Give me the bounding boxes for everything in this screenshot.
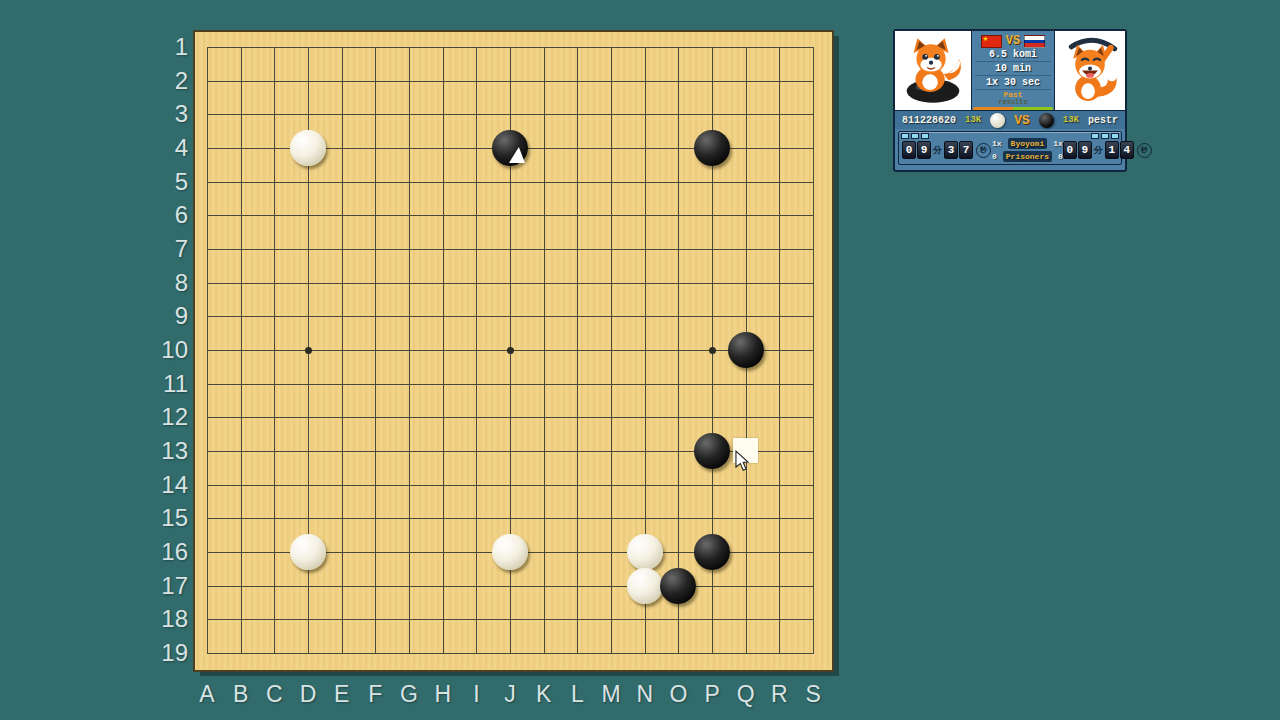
board-cell[interactable] xyxy=(358,30,392,64)
board-cell[interactable] xyxy=(291,198,325,232)
board-cell[interactable] xyxy=(594,98,628,132)
board-cell[interactable] xyxy=(258,98,292,132)
board-cell[interactable] xyxy=(392,535,426,569)
board-cell[interactable] xyxy=(796,535,830,569)
board-cell[interactable] xyxy=(426,232,460,266)
board-cell[interactable] xyxy=(224,98,258,132)
board-cell[interactable] xyxy=(560,232,594,266)
board-cell[interactable] xyxy=(291,98,325,132)
board-cell[interactable] xyxy=(729,400,763,434)
board-cell[interactable] xyxy=(392,98,426,132)
board-cell[interactable] xyxy=(729,198,763,232)
board-cell[interactable] xyxy=(190,64,224,98)
board-cell[interactable] xyxy=(729,636,763,670)
board-cell[interactable] xyxy=(358,232,392,266)
board-cell[interactable] xyxy=(594,434,628,468)
board-cell[interactable] xyxy=(729,266,763,300)
board-cell[interactable] xyxy=(796,636,830,670)
board-cell[interactable] xyxy=(628,434,662,468)
board-cell[interactable] xyxy=(661,569,695,603)
board-cell[interactable] xyxy=(459,266,493,300)
board-cell[interactable] xyxy=(527,64,561,98)
board-cell[interactable] xyxy=(224,569,258,603)
board-cell[interactable] xyxy=(661,501,695,535)
board-cell[interactable] xyxy=(628,602,662,636)
board-cell[interactable] xyxy=(426,434,460,468)
board-cell[interactable] xyxy=(695,232,729,266)
board-cell[interactable] xyxy=(224,636,258,670)
board-cell[interactable] xyxy=(190,636,224,670)
board-cell[interactable] xyxy=(527,299,561,333)
board-cell[interactable] xyxy=(224,64,258,98)
board-cell[interactable] xyxy=(729,299,763,333)
board-cell[interactable] xyxy=(459,333,493,367)
board-cell[interactable] xyxy=(594,333,628,367)
board-cell[interactable] xyxy=(426,131,460,165)
board-cell[interactable] xyxy=(291,333,325,367)
board-cell[interactable] xyxy=(325,535,359,569)
board-cell[interactable] xyxy=(325,333,359,367)
board-cell[interactable] xyxy=(560,198,594,232)
board-cell[interactable] xyxy=(762,131,796,165)
board-cell[interactable] xyxy=(358,64,392,98)
board-cell[interactable] xyxy=(358,131,392,165)
board-cell[interactable] xyxy=(493,602,527,636)
board-cell[interactable] xyxy=(190,434,224,468)
board-cell[interactable] xyxy=(796,333,830,367)
board-cell[interactable] xyxy=(426,569,460,603)
board-cell[interactable] xyxy=(291,131,325,165)
board-cell[interactable] xyxy=(729,569,763,603)
board-cell[interactable] xyxy=(796,569,830,603)
board-cell[interactable] xyxy=(695,98,729,132)
board-cell[interactable] xyxy=(325,232,359,266)
board-cell[interactable] xyxy=(291,569,325,603)
board-cell[interactable] xyxy=(258,602,292,636)
board-cell[interactable] xyxy=(190,198,224,232)
board-cell[interactable] xyxy=(459,367,493,401)
board-cell[interactable] xyxy=(661,535,695,569)
board-cell[interactable] xyxy=(661,333,695,367)
board-cell[interactable] xyxy=(695,367,729,401)
board-cell[interactable] xyxy=(527,131,561,165)
board-cell[interactable] xyxy=(358,333,392,367)
board-cell[interactable] xyxy=(527,434,561,468)
board-cell[interactable] xyxy=(493,636,527,670)
board-cell[interactable] xyxy=(560,333,594,367)
board-cell[interactable] xyxy=(392,569,426,603)
board-cell[interactable] xyxy=(493,131,527,165)
board-cell[interactable] xyxy=(661,468,695,502)
board-cell[interactable] xyxy=(661,400,695,434)
board-cell[interactable] xyxy=(459,299,493,333)
board-cell[interactable] xyxy=(796,98,830,132)
board-cell[interactable] xyxy=(560,569,594,603)
board-cell[interactable] xyxy=(493,367,527,401)
board-cell[interactable] xyxy=(190,569,224,603)
board-cell[interactable] xyxy=(258,232,292,266)
board-cell[interactable] xyxy=(392,468,426,502)
board-cell[interactable] xyxy=(493,535,527,569)
board-cell[interactable] xyxy=(493,98,527,132)
board-cell[interactable] xyxy=(729,535,763,569)
board-cell[interactable] xyxy=(325,501,359,535)
board-cell[interactable] xyxy=(661,232,695,266)
board-cell[interactable] xyxy=(358,165,392,199)
board-cell[interactable] xyxy=(661,64,695,98)
board-cell[interactable] xyxy=(258,434,292,468)
board-cell[interactable] xyxy=(695,569,729,603)
board-cell[interactable] xyxy=(392,165,426,199)
board-cell[interactable] xyxy=(224,198,258,232)
board-cell[interactable] xyxy=(560,535,594,569)
board-cell[interactable] xyxy=(358,198,392,232)
board-cell[interactable] xyxy=(796,434,830,468)
board-cell[interactable] xyxy=(527,400,561,434)
board-cell[interactable] xyxy=(493,266,527,300)
board-cell[interactable] xyxy=(325,569,359,603)
board-cell[interactable] xyxy=(527,198,561,232)
board-cell[interactable] xyxy=(594,131,628,165)
board-cell[interactable] xyxy=(459,30,493,64)
board-cell[interactable] xyxy=(594,367,628,401)
board-cell[interactable] xyxy=(459,468,493,502)
board-cell[interactable] xyxy=(527,535,561,569)
board-cell[interactable] xyxy=(325,131,359,165)
board-cell[interactable] xyxy=(190,98,224,132)
board-cell[interactable] xyxy=(358,468,392,502)
board-cell[interactable] xyxy=(190,165,224,199)
board-cell[interactable] xyxy=(762,266,796,300)
board-cell[interactable] xyxy=(459,400,493,434)
board-cell[interactable] xyxy=(594,198,628,232)
board-cell[interactable] xyxy=(762,198,796,232)
board-cell[interactable] xyxy=(258,198,292,232)
board-cell[interactable] xyxy=(325,400,359,434)
board-cell[interactable] xyxy=(560,367,594,401)
board-cell[interactable] xyxy=(762,30,796,64)
board-cell[interactable] xyxy=(358,535,392,569)
board-cell[interactable] xyxy=(190,131,224,165)
board-cell[interactable] xyxy=(493,400,527,434)
board-cell[interactable] xyxy=(358,501,392,535)
board-cell[interactable] xyxy=(325,64,359,98)
board-cell[interactable] xyxy=(358,636,392,670)
board-cell[interactable] xyxy=(325,98,359,132)
board-cell[interactable] xyxy=(527,501,561,535)
board-cell[interactable] xyxy=(594,468,628,502)
board-cell[interactable] xyxy=(493,165,527,199)
board-cell[interactable] xyxy=(258,299,292,333)
board-cell[interactable] xyxy=(224,299,258,333)
board-cell[interactable] xyxy=(258,636,292,670)
board-cell[interactable] xyxy=(628,131,662,165)
board-cell[interactable] xyxy=(695,64,729,98)
board-cell[interactable] xyxy=(796,165,830,199)
board-cell[interactable] xyxy=(392,198,426,232)
board-cell[interactable] xyxy=(796,501,830,535)
board-cell[interactable] xyxy=(762,501,796,535)
board-cell[interactable] xyxy=(190,501,224,535)
board-cell[interactable] xyxy=(695,30,729,64)
board-cell[interactable] xyxy=(392,131,426,165)
board-cell[interactable] xyxy=(661,299,695,333)
board-cell[interactable] xyxy=(392,434,426,468)
board-cell[interactable] xyxy=(729,131,763,165)
board-cell[interactable] xyxy=(190,333,224,367)
board-cell[interactable] xyxy=(661,165,695,199)
board-cell[interactable] xyxy=(358,299,392,333)
board-cell[interactable] xyxy=(527,333,561,367)
board-cell[interactable] xyxy=(224,131,258,165)
board-cell[interactable] xyxy=(729,165,763,199)
board-cell[interactable] xyxy=(762,165,796,199)
board-cell[interactable] xyxy=(729,98,763,132)
board-cell[interactable] xyxy=(493,501,527,535)
board-cell[interactable] xyxy=(796,299,830,333)
board-cell[interactable] xyxy=(594,636,628,670)
board-cell[interactable] xyxy=(527,367,561,401)
board-cell[interactable] xyxy=(459,535,493,569)
board-cell[interactable] xyxy=(358,266,392,300)
board-cell[interactable] xyxy=(729,333,763,367)
board-cell[interactable] xyxy=(459,501,493,535)
board-cell[interactable] xyxy=(560,299,594,333)
board-cell[interactable] xyxy=(729,232,763,266)
board-cell[interactable] xyxy=(291,64,325,98)
board-cell[interactable] xyxy=(426,30,460,64)
board-cell[interactable] xyxy=(762,299,796,333)
board-cell[interactable] xyxy=(661,434,695,468)
board-cell[interactable] xyxy=(527,232,561,266)
board-cell[interactable] xyxy=(628,198,662,232)
board-cell[interactable] xyxy=(392,501,426,535)
board-cell[interactable] xyxy=(258,333,292,367)
board-cell[interactable] xyxy=(325,30,359,64)
board-cell[interactable] xyxy=(560,501,594,535)
board-cell[interactable] xyxy=(224,434,258,468)
board-cell[interactable] xyxy=(527,636,561,670)
board-cell[interactable] xyxy=(796,266,830,300)
board-cell[interactable] xyxy=(358,400,392,434)
board-cell[interactable] xyxy=(325,266,359,300)
board-cell[interactable] xyxy=(459,569,493,603)
board-cell[interactable] xyxy=(426,198,460,232)
board-cell[interactable] xyxy=(392,232,426,266)
board-cell[interactable] xyxy=(661,367,695,401)
board-cell[interactable] xyxy=(291,636,325,670)
board-cell[interactable] xyxy=(291,30,325,64)
board-cell[interactable] xyxy=(729,501,763,535)
board-cell[interactable] xyxy=(729,367,763,401)
board-cell[interactable] xyxy=(560,30,594,64)
board-cell[interactable] xyxy=(796,30,830,64)
board-cell[interactable] xyxy=(358,569,392,603)
board-cell[interactable] xyxy=(224,400,258,434)
board-cell[interactable] xyxy=(426,299,460,333)
board-cell[interactable] xyxy=(628,569,662,603)
board-cell[interactable] xyxy=(325,636,359,670)
board-cell[interactable] xyxy=(661,198,695,232)
board-cell[interactable] xyxy=(695,535,729,569)
board-cell[interactable] xyxy=(224,266,258,300)
board-cell[interactable] xyxy=(224,165,258,199)
board-cell[interactable] xyxy=(628,232,662,266)
board-cell[interactable] xyxy=(291,266,325,300)
board-cell[interactable] xyxy=(661,98,695,132)
board-cell[interactable] xyxy=(493,468,527,502)
board-cell[interactable] xyxy=(190,400,224,434)
board-cell[interactable] xyxy=(628,266,662,300)
board-cell[interactable] xyxy=(291,367,325,401)
board-cell[interactable] xyxy=(661,636,695,670)
board-cell[interactable] xyxy=(560,400,594,434)
board-cell[interactable] xyxy=(695,299,729,333)
board-cell[interactable] xyxy=(594,535,628,569)
board-cell[interactable] xyxy=(459,64,493,98)
board-cell[interactable] xyxy=(628,468,662,502)
board-cell[interactable] xyxy=(190,232,224,266)
board-cell[interactable] xyxy=(695,636,729,670)
board-cell[interactable] xyxy=(493,30,527,64)
board-cell[interactable] xyxy=(426,367,460,401)
board-cell[interactable] xyxy=(762,232,796,266)
board-cell[interactable] xyxy=(325,602,359,636)
board-cell[interactable] xyxy=(762,468,796,502)
board-cell[interactable] xyxy=(628,367,662,401)
board-cell[interactable] xyxy=(190,602,224,636)
board-cell[interactable] xyxy=(628,333,662,367)
board-cell[interactable] xyxy=(258,131,292,165)
board-cell[interactable] xyxy=(325,165,359,199)
board-cell[interactable] xyxy=(426,535,460,569)
board-cell[interactable] xyxy=(695,333,729,367)
board-cell[interactable] xyxy=(459,131,493,165)
board-cell[interactable] xyxy=(459,98,493,132)
board-cell[interactable] xyxy=(729,64,763,98)
board-cell[interactable] xyxy=(426,400,460,434)
board-cell[interactable] xyxy=(594,299,628,333)
board-cell[interactable] xyxy=(258,400,292,434)
board-cell[interactable] xyxy=(493,64,527,98)
board-cell[interactable] xyxy=(594,30,628,64)
board-cell[interactable] xyxy=(392,266,426,300)
board-cell[interactable] xyxy=(224,602,258,636)
board-cell[interactable] xyxy=(258,468,292,502)
board-cell[interactable] xyxy=(190,468,224,502)
board-cell[interactable] xyxy=(325,299,359,333)
board-cell[interactable] xyxy=(729,468,763,502)
board-cell[interactable] xyxy=(392,400,426,434)
board-cell[interactable] xyxy=(392,333,426,367)
board-cell[interactable] xyxy=(560,64,594,98)
board-cell[interactable] xyxy=(493,569,527,603)
board-cell[interactable] xyxy=(762,602,796,636)
board-cell[interactable] xyxy=(560,602,594,636)
board-cell[interactable] xyxy=(695,131,729,165)
board-cell[interactable] xyxy=(426,333,460,367)
board-cell[interactable] xyxy=(325,198,359,232)
board-cell[interactable] xyxy=(594,232,628,266)
board-cell[interactable] xyxy=(426,636,460,670)
board-cell[interactable] xyxy=(190,30,224,64)
board-cell[interactable] xyxy=(291,468,325,502)
board-cell[interactable] xyxy=(762,400,796,434)
board-cell[interactable] xyxy=(224,30,258,64)
board-cell[interactable] xyxy=(291,299,325,333)
board-cell[interactable] xyxy=(190,266,224,300)
board-cell[interactable] xyxy=(190,367,224,401)
board-cell[interactable] xyxy=(291,602,325,636)
board-cell[interactable] xyxy=(258,501,292,535)
board-cell[interactable] xyxy=(527,30,561,64)
board-cell[interactable] xyxy=(796,198,830,232)
board-cell[interactable] xyxy=(291,232,325,266)
board-cell[interactable] xyxy=(426,266,460,300)
board-cell[interactable] xyxy=(762,333,796,367)
board-cell[interactable] xyxy=(762,367,796,401)
board-cell[interactable] xyxy=(796,64,830,98)
board-cell[interactable] xyxy=(258,64,292,98)
board-cell[interactable] xyxy=(762,98,796,132)
board-cell[interactable] xyxy=(695,602,729,636)
board-cell[interactable] xyxy=(695,400,729,434)
board-cell[interactable] xyxy=(493,333,527,367)
board-cell[interactable] xyxy=(392,602,426,636)
board-cell[interactable] xyxy=(661,266,695,300)
board-cell[interactable] xyxy=(560,131,594,165)
board-cell[interactable] xyxy=(628,64,662,98)
board-cell[interactable] xyxy=(291,400,325,434)
board-cell[interactable] xyxy=(695,468,729,502)
board-cell[interactable] xyxy=(459,434,493,468)
board-cell[interactable] xyxy=(358,367,392,401)
board-cell[interactable] xyxy=(594,501,628,535)
board-cell[interactable] xyxy=(628,165,662,199)
board-cell[interactable] xyxy=(594,400,628,434)
board-cell[interactable] xyxy=(695,266,729,300)
board-cell[interactable] xyxy=(291,501,325,535)
go-board[interactable] xyxy=(193,30,834,672)
board-cell[interactable] xyxy=(224,468,258,502)
board-cell[interactable] xyxy=(796,400,830,434)
board-cell[interactable] xyxy=(560,98,594,132)
board-cell[interactable] xyxy=(258,266,292,300)
board-cell[interactable] xyxy=(190,535,224,569)
board-cell[interactable] xyxy=(358,98,392,132)
board-cell[interactable] xyxy=(796,232,830,266)
board-cell[interactable] xyxy=(527,468,561,502)
board-cell[interactable] xyxy=(426,165,460,199)
board-cell[interactable] xyxy=(258,535,292,569)
board-cell[interactable] xyxy=(594,569,628,603)
board-cell[interactable] xyxy=(594,64,628,98)
board-cell[interactable] xyxy=(628,299,662,333)
board-cell[interactable] xyxy=(358,434,392,468)
board-cell[interactable] xyxy=(325,367,359,401)
board-cell[interactable] xyxy=(628,535,662,569)
board-cell[interactable] xyxy=(459,165,493,199)
board-cell[interactable] xyxy=(560,266,594,300)
board-cell[interactable] xyxy=(560,165,594,199)
board-cell[interactable] xyxy=(291,434,325,468)
board-cell[interactable] xyxy=(527,165,561,199)
board-cell[interactable] xyxy=(796,602,830,636)
board-cell[interactable] xyxy=(224,232,258,266)
board-cell[interactable] xyxy=(628,636,662,670)
board-cell[interactable] xyxy=(459,198,493,232)
board-cell[interactable] xyxy=(796,468,830,502)
